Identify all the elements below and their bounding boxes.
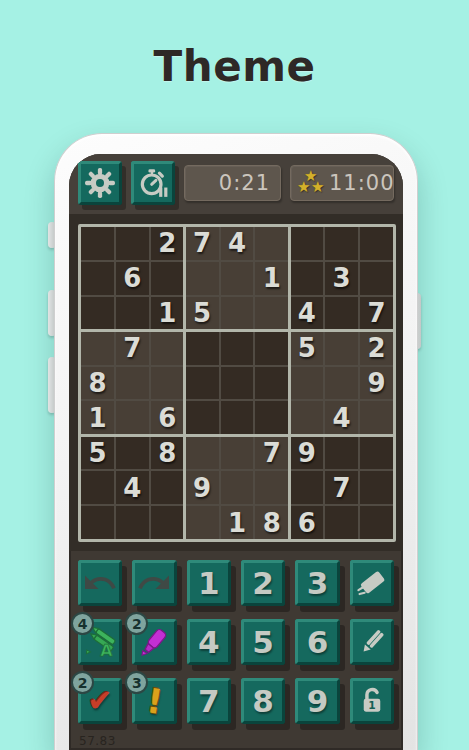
cell-r2c9[interactable] <box>360 262 393 295</box>
cell-r8c8[interactable]: 7 <box>325 471 358 504</box>
cell-r6c1[interactable]: 1 <box>81 401 114 434</box>
app-screen: 0:21 ★★★ 11:00 2746131547752891645879497… <box>69 154 403 750</box>
cell-r3c3[interactable]: 1 <box>151 297 184 330</box>
key-label: 3 <box>307 568 329 599</box>
key-label: 9 <box>307 686 329 717</box>
cell-r8c7[interactable] <box>290 471 323 504</box>
check-icon: ✔ <box>88 686 113 716</box>
stopwatch-pause-icon <box>137 167 169 199</box>
cell-r7c7[interactable]: 9 <box>290 436 323 469</box>
pencil-button[interactable] <box>350 619 394 665</box>
cell-r7c3[interactable]: 8 <box>151 436 184 469</box>
cell-r2c7[interactable] <box>290 262 323 295</box>
key-label: 5 <box>252 627 274 658</box>
cell-r2c5[interactable] <box>221 262 254 295</box>
cell-r4c8[interactable] <box>325 332 358 365</box>
cell-r4c9[interactable]: 2 <box>360 332 393 365</box>
cell-r9c1[interactable] <box>81 506 114 539</box>
cell-r2c6[interactable]: 1 <box>255 262 288 295</box>
cell-r7c8[interactable] <box>325 436 358 469</box>
number-2-button[interactable]: 2 <box>241 560 285 606</box>
undo-icon <box>82 565 118 601</box>
cell-r4c6[interactable] <box>255 332 288 365</box>
cell-r7c6[interactable]: 7 <box>255 436 288 469</box>
cell-r4c2[interactable]: 7 <box>116 332 149 365</box>
elapsed-time: 0:21 <box>219 171 270 195</box>
key-label: 1 <box>198 568 220 599</box>
topbar: 0:21 ★★★ 11:00 <box>69 154 403 214</box>
key-label: 8 <box>252 686 274 717</box>
cell-r6c6[interactable] <box>255 401 288 434</box>
pause-timer-button[interactable] <box>131 161 175 205</box>
cell-r9c5[interactable]: 1 <box>221 506 254 539</box>
eraser-button[interactable] <box>350 560 394 606</box>
eraser-icon <box>355 566 389 600</box>
number-1-button[interactable]: 1 <box>187 560 231 606</box>
count-badge: 4 <box>71 612 94 635</box>
cell-r6c9[interactable] <box>360 401 393 434</box>
control-pad: 123A42456✔2!37891 <box>78 560 394 724</box>
cell-r7c4[interactable] <box>186 436 219 469</box>
cell-r2c4[interactable] <box>186 262 219 295</box>
number-3-button[interactable]: 3 <box>295 560 339 606</box>
cell-r1c4[interactable]: 7 <box>186 227 219 260</box>
cell-r2c2[interactable]: 6 <box>116 262 149 295</box>
key-label: 6 <box>307 627 329 658</box>
cell-r6c2[interactable] <box>116 401 149 434</box>
board-area: 2746131547752891645879497186 <box>69 214 403 551</box>
cell-r9c8[interactable] <box>325 506 358 539</box>
difficulty-time-display: ★★★ 11:00 <box>290 165 394 201</box>
cell-r3c8[interactable] <box>325 297 358 330</box>
undo-button[interactable] <box>78 560 122 606</box>
pencil-icon <box>355 625 389 659</box>
cell-r5c7[interactable] <box>290 367 323 400</box>
cell-r1c1[interactable] <box>81 227 114 260</box>
target-time: 11:00 <box>329 171 395 195</box>
cell-r2c3[interactable] <box>151 262 184 295</box>
cell-r1c5[interactable]: 4 <box>221 227 254 260</box>
sudoku-board: 2746131547752891645879497186 <box>78 224 396 542</box>
pencil-marks-button[interactable]: A4 <box>78 619 122 665</box>
cell-r3c9[interactable]: 7 <box>360 297 393 330</box>
cell-r5c3[interactable] <box>151 367 184 400</box>
cell-r1c7[interactable] <box>290 227 323 260</box>
elapsed-time-display: 0:21 <box>184 165 281 201</box>
redo-button[interactable] <box>132 560 176 606</box>
count-badge: 2 <box>71 671 94 694</box>
debug-number: 57.83 <box>79 734 116 748</box>
cell-r6c7[interactable] <box>290 401 323 434</box>
cell-r8c6[interactable] <box>255 471 288 504</box>
cell-r4c7[interactable]: 5 <box>290 332 323 365</box>
number-6-button[interactable]: 6 <box>295 619 339 665</box>
cell-r1c6[interactable] <box>255 227 288 260</box>
cell-r9c4[interactable] <box>186 506 219 539</box>
cell-r7c5[interactable] <box>221 436 254 469</box>
key-label: 7 <box>198 686 220 717</box>
cell-r6c3[interactable]: 6 <box>151 401 184 434</box>
phone-mockup: 0:21 ★★★ 11:00 2746131547752891645879497… <box>54 133 418 750</box>
cell-r7c2[interactable] <box>116 436 149 469</box>
cell-r6c8[interactable]: 4 <box>325 401 358 434</box>
cell-r1c8[interactable] <box>325 227 358 260</box>
cell-r3c4[interactable]: 5 <box>186 297 219 330</box>
number-5-button[interactable]: 5 <box>241 619 285 665</box>
cell-r1c3[interactable]: 2 <box>151 227 184 260</box>
cell-r3c2[interactable] <box>116 297 149 330</box>
cell-r8c4[interactable]: 9 <box>186 471 219 504</box>
cell-r3c1[interactable] <box>81 297 114 330</box>
cell-r8c2[interactable]: 4 <box>116 471 149 504</box>
cell-r9c2[interactable] <box>116 506 149 539</box>
cell-r9c7[interactable]: 6 <box>290 506 323 539</box>
page: Theme <box>0 0 469 750</box>
cell-r4c3[interactable] <box>151 332 184 365</box>
exclamation-button[interactable]: !3 <box>132 678 176 724</box>
exclamation-icon: ! <box>147 684 163 718</box>
cell-r1c9[interactable] <box>360 227 393 260</box>
cell-r9c6[interactable]: 8 <box>255 506 288 539</box>
page-title: Theme <box>0 42 469 91</box>
cell-r8c1[interactable] <box>81 471 114 504</box>
cell-r5c4[interactable] <box>186 367 219 400</box>
cell-r5c9[interactable]: 9 <box>360 367 393 400</box>
check-button[interactable]: ✔2 <box>78 678 122 724</box>
cell-r6c4[interactable] <box>186 401 219 434</box>
svg-text:1: 1 <box>368 699 375 712</box>
cell-r4c1[interactable] <box>81 332 114 365</box>
cell-r4c4[interactable] <box>186 332 219 365</box>
lock-button[interactable]: 1 <box>350 678 394 724</box>
svg-text:A: A <box>100 641 113 660</box>
difficulty-stars-icon: ★★★ <box>297 168 329 198</box>
cell-r9c3[interactable] <box>151 506 184 539</box>
cell-r2c8[interactable]: 3 <box>325 262 358 295</box>
number-8-button[interactable]: 8 <box>241 678 285 724</box>
count-badge: 3 <box>125 671 148 694</box>
gear-icon <box>84 167 116 199</box>
cell-r5c8[interactable] <box>325 367 358 400</box>
highlighter-button[interactable]: 2 <box>132 619 176 665</box>
cell-r6c5[interactable] <box>221 401 254 434</box>
key-label: 2 <box>252 568 274 599</box>
cell-r8c5[interactable] <box>221 471 254 504</box>
number-4-button[interactable]: 4 <box>187 619 231 665</box>
cell-r5c5[interactable] <box>221 367 254 400</box>
redo-icon <box>136 565 172 601</box>
cell-r5c2[interactable] <box>116 367 149 400</box>
cell-r3c7[interactable]: 4 <box>290 297 323 330</box>
key-label: 4 <box>198 627 220 658</box>
cell-r8c9[interactable] <box>360 471 393 504</box>
number-7-button[interactable]: 7 <box>187 678 231 724</box>
number-9-button[interactable]: 9 <box>295 678 339 724</box>
cell-r5c1[interactable]: 8 <box>81 367 114 400</box>
cell-r9c9[interactable] <box>360 506 393 539</box>
cell-r3c5[interactable] <box>221 297 254 330</box>
cell-r5c6[interactable] <box>255 367 288 400</box>
lock-icon: 1 <box>356 685 388 717</box>
cell-r3c6[interactable] <box>255 297 288 330</box>
cell-r7c1[interactable]: 5 <box>81 436 114 469</box>
cell-r2c1[interactable] <box>81 262 114 295</box>
cell-r7c9[interactable] <box>360 436 393 469</box>
settings-button[interactable] <box>78 161 122 205</box>
cell-r4c5[interactable] <box>221 332 254 365</box>
cell-r8c3[interactable] <box>151 471 184 504</box>
cell-r1c2[interactable] <box>116 227 149 260</box>
